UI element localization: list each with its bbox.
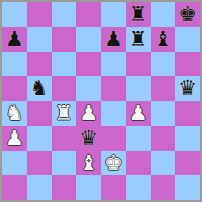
square-e4[interactable] xyxy=(101,101,126,126)
square-b5[interactable]: ♞ xyxy=(27,76,52,101)
piece-black-pawn: ♟ xyxy=(5,27,24,52)
square-f8[interactable]: ♜ xyxy=(126,2,151,27)
square-a6[interactable] xyxy=(2,52,27,77)
square-c7[interactable] xyxy=(52,27,77,52)
square-h7[interactable] xyxy=(175,27,200,52)
piece-white-pawn: ♟ xyxy=(129,101,148,126)
piece-white-pawn: ♟ xyxy=(5,126,24,151)
square-d5[interactable] xyxy=(76,76,101,101)
square-e6[interactable] xyxy=(101,52,126,77)
square-h3[interactable] xyxy=(175,126,200,151)
square-a1[interactable] xyxy=(2,175,27,200)
square-c5[interactable] xyxy=(52,76,77,101)
square-f7[interactable]: ♜ xyxy=(126,27,151,52)
chess-board-frame: ♜♚♟♟♜♝♞♛♞♜♟♟♟♛♝♚ xyxy=(0,0,202,202)
square-g7[interactable]: ♝ xyxy=(151,27,176,52)
square-g8[interactable] xyxy=(151,2,176,27)
square-g4[interactable] xyxy=(151,101,176,126)
square-h4[interactable] xyxy=(175,101,200,126)
square-b7[interactable] xyxy=(27,27,52,52)
square-b3[interactable] xyxy=(27,126,52,151)
square-h8[interactable]: ♚ xyxy=(175,2,200,27)
square-f1[interactable] xyxy=(126,175,151,200)
square-f2[interactable] xyxy=(126,151,151,176)
square-h5[interactable]: ♛ xyxy=(175,76,200,101)
square-d3[interactable]: ♛ xyxy=(76,126,101,151)
piece-white-bishop: ♝ xyxy=(79,151,98,176)
piece-white-king: ♚ xyxy=(104,151,123,176)
square-c1[interactable] xyxy=(52,175,77,200)
square-a4[interactable]: ♞ xyxy=(2,101,27,126)
square-b4[interactable] xyxy=(27,101,52,126)
piece-white-pawn: ♟ xyxy=(79,101,98,126)
square-d8[interactable] xyxy=(76,2,101,27)
square-h6[interactable] xyxy=(175,52,200,77)
square-e2[interactable]: ♚ xyxy=(101,151,126,176)
square-f3[interactable] xyxy=(126,126,151,151)
square-b6[interactable] xyxy=(27,52,52,77)
square-d6[interactable] xyxy=(76,52,101,77)
square-f6[interactable] xyxy=(126,52,151,77)
square-a7[interactable]: ♟ xyxy=(2,27,27,52)
square-a3[interactable]: ♟ xyxy=(2,126,27,151)
square-e1[interactable] xyxy=(101,175,126,200)
square-d7[interactable] xyxy=(76,27,101,52)
square-d1[interactable] xyxy=(76,175,101,200)
piece-black-queen: ♛ xyxy=(178,76,197,101)
square-d2[interactable]: ♝ xyxy=(76,151,101,176)
square-g2[interactable] xyxy=(151,151,176,176)
piece-white-rook: ♜ xyxy=(54,101,73,126)
square-b1[interactable] xyxy=(27,175,52,200)
square-a8[interactable] xyxy=(2,2,27,27)
chess-board: ♜♚♟♟♜♝♞♛♞♜♟♟♟♛♝♚ xyxy=(2,2,200,200)
square-g6[interactable] xyxy=(151,52,176,77)
square-f5[interactable] xyxy=(126,76,151,101)
square-e7[interactable]: ♟ xyxy=(101,27,126,52)
piece-black-king: ♚ xyxy=(178,2,197,27)
piece-black-pawn: ♟ xyxy=(104,27,123,52)
piece-black-rook: ♜ xyxy=(129,27,148,52)
square-c3[interactable] xyxy=(52,126,77,151)
square-g3[interactable] xyxy=(151,126,176,151)
square-d4[interactable]: ♟ xyxy=(76,101,101,126)
piece-black-knight: ♞ xyxy=(30,76,49,101)
square-e5[interactable] xyxy=(101,76,126,101)
square-a2[interactable] xyxy=(2,151,27,176)
square-a5[interactable] xyxy=(2,76,27,101)
square-c8[interactable] xyxy=(52,2,77,27)
piece-black-rook: ♜ xyxy=(129,2,148,27)
square-c6[interactable] xyxy=(52,52,77,77)
square-h2[interactable] xyxy=(175,151,200,176)
square-e3[interactable] xyxy=(101,126,126,151)
piece-black-bishop: ♝ xyxy=(153,27,172,52)
square-c2[interactable] xyxy=(52,151,77,176)
square-f4[interactable]: ♟ xyxy=(126,101,151,126)
square-h1[interactable] xyxy=(175,175,200,200)
square-b2[interactable] xyxy=(27,151,52,176)
square-e8[interactable] xyxy=(101,2,126,27)
square-g5[interactable] xyxy=(151,76,176,101)
piece-black-queen: ♛ xyxy=(79,126,98,151)
square-g1[interactable] xyxy=(151,175,176,200)
piece-white-knight: ♞ xyxy=(5,101,24,126)
square-b8[interactable] xyxy=(27,2,52,27)
square-c4[interactable]: ♜ xyxy=(52,101,77,126)
